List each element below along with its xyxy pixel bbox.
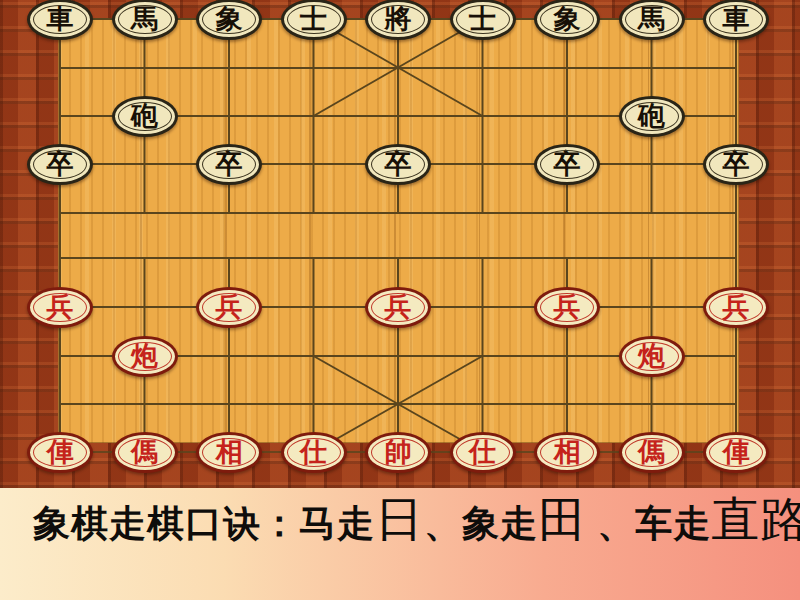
piece-character: 傌 [131, 439, 158, 466]
piece-black-elephant-c6r0[interactable]: 象 [534, 0, 600, 40]
piece-character: 砲 [638, 103, 665, 130]
piece-character: 卒 [47, 151, 74, 178]
piece-character: 兵 [216, 294, 243, 321]
piece-character: 卒 [723, 151, 750, 178]
piece-red-chariot-c0r9[interactable]: 俥 [27, 432, 93, 473]
piece-character: 傌 [638, 439, 665, 466]
caption-segment: 、车走 [587, 503, 711, 544]
slide: 車馬象士將士象馬車砲砲卒卒卒卒卒兵兵兵兵兵炮炮俥傌相仕帥仕相傌俥 象棋走棋口诀：… [0, 0, 800, 600]
piece-black-horse-c1r0[interactable]: 馬 [112, 0, 178, 40]
piece-character: 馬 [131, 6, 158, 33]
piece-character: 兵 [554, 294, 581, 321]
piece-character: 象 [216, 6, 243, 33]
piece-black-chariot-c8r0[interactable]: 車 [703, 0, 769, 40]
piece-character: 兵 [723, 294, 750, 321]
piece-red-soldier-c2r6[interactable]: 兵 [196, 287, 262, 328]
piece-black-chariot-c0r0[interactable]: 車 [27, 0, 93, 40]
piece-character: 兵 [47, 294, 74, 321]
piece-character: 士 [469, 6, 496, 33]
piece-red-advisor-c5r9[interactable]: 仕 [450, 432, 516, 473]
piece-black-elephant-c2r0[interactable]: 象 [196, 0, 262, 40]
piece-red-cannon-c1r7[interactable]: 炮 [112, 336, 178, 377]
piece-character: 俥 [47, 439, 74, 466]
piece-character: 馬 [638, 6, 665, 33]
piece-character: 兵 [385, 294, 412, 321]
piece-red-chariot-c8r9[interactable]: 俥 [703, 432, 769, 473]
piece-red-general-c4r9[interactable]: 帥 [365, 432, 431, 473]
piece-red-advisor-c3r9[interactable]: 仕 [281, 432, 347, 473]
piece-black-advisor-c3r0[interactable]: 士 [281, 0, 347, 40]
piece-character: 卒 [385, 151, 412, 178]
piece-black-soldier-c4r3[interactable]: 卒 [365, 144, 431, 185]
piece-character: 士 [300, 6, 327, 33]
piece-character: 象 [554, 6, 581, 33]
caption-segment: 日 [375, 493, 424, 546]
piece-black-soldier-c2r3[interactable]: 卒 [196, 144, 262, 185]
piece-red-horse-c1r9[interactable]: 傌 [112, 432, 178, 473]
piece-black-advisor-c5r0[interactable]: 士 [450, 0, 516, 40]
caption-segment: 象棋走棋口诀：马走 [33, 503, 375, 544]
piece-red-cannon-c7r7[interactable]: 炮 [619, 336, 685, 377]
piece-character: 俥 [723, 439, 750, 466]
piece-character: 仕 [469, 439, 496, 466]
caption-strip: 象棋走棋口诀：马走日、象走田 、车走直路、炮翻山 [0, 488, 800, 600]
piece-black-soldier-c0r3[interactable]: 卒 [27, 144, 93, 185]
piece-red-horse-c7r9[interactable]: 傌 [619, 432, 685, 473]
piece-black-horse-c7r0[interactable]: 馬 [619, 0, 685, 40]
caption-segment: 直路 [711, 493, 800, 546]
piece-character: 車 [47, 6, 74, 33]
piece-character: 相 [554, 439, 581, 466]
piece-red-soldier-c0r6[interactable]: 兵 [27, 287, 93, 328]
piece-red-elephant-c2r9[interactable]: 相 [196, 432, 262, 473]
board-grid-lines [0, 0, 800, 488]
caption-text: 象棋走棋口诀：马走日、象走田 、车走直路、炮翻山 [33, 488, 800, 552]
piece-character: 炮 [131, 343, 158, 370]
piece-character: 卒 [216, 151, 243, 178]
piece-red-soldier-c6r6[interactable]: 兵 [534, 287, 600, 328]
piece-black-general-c4r0[interactable]: 將 [365, 0, 431, 40]
piece-character: 炮 [638, 343, 665, 370]
piece-black-soldier-c6r3[interactable]: 卒 [534, 144, 600, 185]
piece-character: 卒 [554, 151, 581, 178]
piece-red-soldier-c4r6[interactable]: 兵 [365, 287, 431, 328]
piece-red-soldier-c8r6[interactable]: 兵 [703, 287, 769, 328]
caption-segment: 田 [538, 493, 587, 546]
xiangqi-board-frame: 車馬象士將士象馬車砲砲卒卒卒卒卒兵兵兵兵兵炮炮俥傌相仕帥仕相傌俥 [0, 0, 800, 488]
piece-character: 車 [723, 6, 750, 33]
caption-segment: 、象走 [424, 503, 538, 544]
piece-character: 將 [385, 6, 412, 33]
piece-black-cannon-c1r2[interactable]: 砲 [112, 96, 178, 137]
piece-black-cannon-c7r2[interactable]: 砲 [619, 96, 685, 137]
piece-red-elephant-c6r9[interactable]: 相 [534, 432, 600, 473]
piece-black-soldier-c8r3[interactable]: 卒 [703, 144, 769, 185]
piece-character: 帥 [385, 439, 412, 466]
piece-character: 相 [216, 439, 243, 466]
piece-character: 仕 [300, 439, 327, 466]
piece-character: 砲 [131, 103, 158, 130]
